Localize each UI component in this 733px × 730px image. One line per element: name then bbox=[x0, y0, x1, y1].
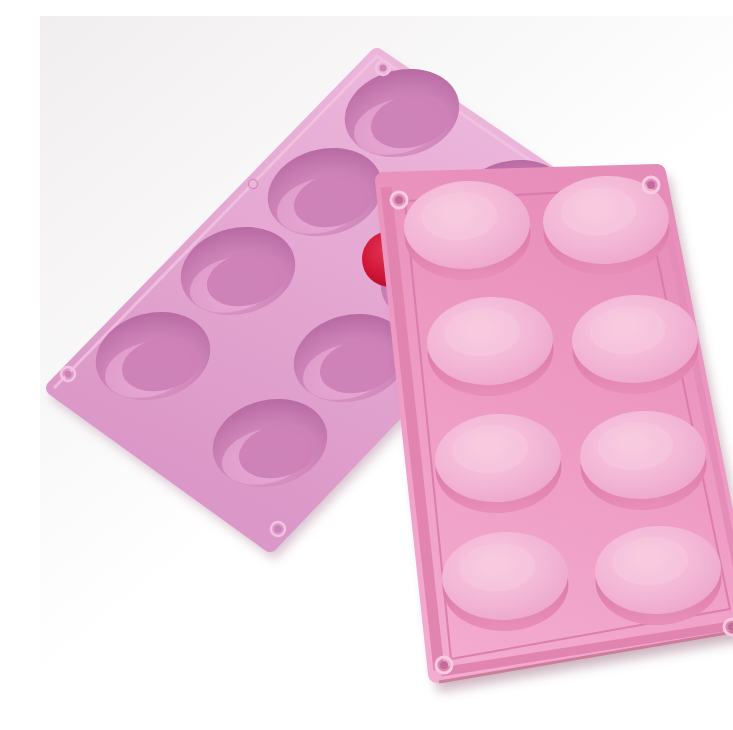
front-mold-screw-hole-2 bbox=[647, 181, 655, 189]
rear-mold-screw-hole-2 bbox=[65, 371, 72, 378]
rear-mold-edge-nub bbox=[249, 180, 258, 189]
product-photo: Product photo: two pink 8-cavity oval si… bbox=[40, 16, 733, 730]
front-mold-screw-hole-1 bbox=[395, 196, 403, 204]
front-mold-group bbox=[384, 173, 733, 684]
rear-mold-screw-hole-1 bbox=[380, 65, 387, 72]
rear-mold-screw-hole-3 bbox=[275, 526, 282, 533]
front-mold-screw-hole-4 bbox=[440, 661, 448, 669]
scene-svg bbox=[40, 16, 733, 730]
